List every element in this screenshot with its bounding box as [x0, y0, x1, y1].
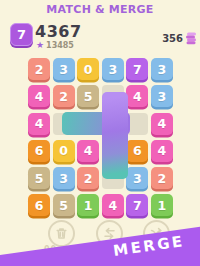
tile-r5c3[interactable]: 2 [77, 167, 99, 189]
coin-count: 356 [162, 33, 183, 44]
tile-r1c4[interactable]: 3 [102, 58, 124, 80]
empty-slot-r5c4[interactable] [102, 167, 124, 189]
tile-r6c2[interactable]: 5 [53, 194, 75, 216]
next-tile-preview: 7 [10, 23, 33, 46]
empty-slot-r3c3[interactable] [77, 113, 99, 135]
tile-r4c6[interactable]: 4 [151, 140, 173, 162]
title-ampersand: & [95, 3, 105, 16]
score-value: 4367 [35, 22, 82, 41]
tile-r3c1[interactable]: 4 [28, 113, 50, 135]
coin-counter[interactable]: 356 [162, 32, 197, 45]
tile-r6c6[interactable]: 1 [151, 194, 173, 216]
tile-r4c3[interactable]: 4 [77, 140, 99, 162]
tile-r4c5[interactable]: 6 [126, 140, 148, 162]
title-word-match: MATCH [46, 3, 91, 16]
title-word-merge: MERGE [109, 3, 154, 16]
tile-r1c3[interactable]: 0 [77, 58, 99, 80]
empty-slot-r3c2[interactable] [53, 113, 75, 135]
tile-r6c3[interactable]: 1 [77, 194, 99, 216]
tile-r2c1[interactable]: 4 [28, 85, 50, 107]
tile-r5c2[interactable]: 3 [53, 167, 75, 189]
tile-r1c2[interactable]: 3 [53, 58, 75, 80]
tile-r2c2[interactable]: 2 [53, 85, 75, 107]
star-icon: ★ [36, 41, 44, 50]
empty-slot-r3c5[interactable] [126, 113, 148, 135]
coin-stack-icon [185, 32, 197, 45]
tile-r6c4[interactable]: 4 [102, 194, 124, 216]
tile-r5c1[interactable]: 5 [28, 167, 50, 189]
game-screen: MATCH & MERGE 7 4367 ★ 13485 356 2303734… [0, 0, 200, 266]
tile-r2c5[interactable]: 4 [126, 85, 148, 107]
empty-slot-r2c4[interactable] [102, 85, 124, 107]
tile-r4c2[interactable]: 0 [53, 140, 75, 162]
tile-r5c6[interactable]: 2 [151, 167, 173, 189]
tile-r2c3[interactable]: 5 [77, 85, 99, 107]
trash-button[interactable] [48, 220, 75, 247]
empty-slot-r3c4[interactable] [102, 113, 124, 135]
best-score-value: 13485 [46, 41, 74, 50]
trash-icon [55, 227, 68, 240]
empty-slot-r4c4[interactable] [102, 140, 124, 162]
tile-r1c6[interactable]: 3 [151, 58, 173, 80]
tile-r6c1[interactable]: 6 [28, 194, 50, 216]
tile-r4c1[interactable]: 6 [28, 140, 50, 162]
best-score-row: ★ 13485 [36, 41, 74, 50]
tile-r1c5[interactable]: 7 [126, 58, 148, 80]
game-board: 23037342543446046453232651471 [28, 58, 173, 217]
tile-r2c6[interactable]: 3 [151, 85, 173, 107]
tile-r1c1[interactable]: 2 [28, 58, 50, 80]
tile-r5c5[interactable]: 3 [126, 167, 148, 189]
tile-r6c5[interactable]: 7 [126, 194, 148, 216]
tile-r3c6[interactable]: 4 [151, 113, 173, 135]
page-title: MATCH & MERGE [0, 3, 200, 16]
